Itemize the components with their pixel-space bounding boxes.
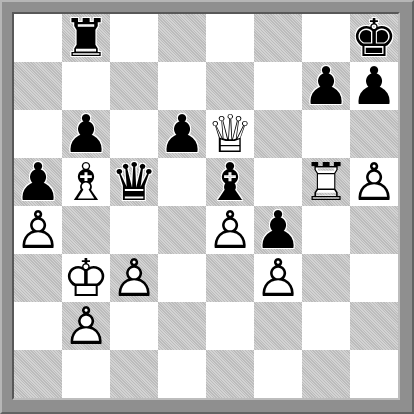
square-d4[interactable] — [158, 206, 206, 254]
black-rook-icon: ♜ — [62, 14, 110, 62]
square-g1[interactable] — [302, 350, 350, 398]
white-pawn-a4[interactable]: ♟♙ — [14, 206, 62, 254]
square-a8[interactable] — [14, 14, 62, 62]
black-pawn-icon: ♟ — [14, 158, 62, 206]
black-king-h8[interactable]: ♚ — [350, 14, 398, 62]
square-e6[interactable]: ♛♕ — [206, 110, 254, 158]
black-pawn-b6[interactable]: ♟ — [62, 110, 110, 158]
black-pawn-icon: ♟ — [350, 62, 398, 110]
square-f7[interactable] — [254, 62, 302, 110]
square-a3[interactable] — [14, 254, 62, 302]
square-g4[interactable] — [302, 206, 350, 254]
square-d5[interactable] — [158, 158, 206, 206]
square-g3[interactable] — [302, 254, 350, 302]
square-b1[interactable] — [62, 350, 110, 398]
square-b2[interactable]: ♟♙ — [62, 302, 110, 350]
square-c6[interactable] — [110, 110, 158, 158]
white-bishop-b5[interactable]: ♝♗ — [62, 158, 110, 206]
square-d1[interactable] — [158, 350, 206, 398]
square-f5[interactable] — [254, 158, 302, 206]
square-g6[interactable] — [302, 110, 350, 158]
square-e5[interactable]: ♝ — [206, 158, 254, 206]
square-a4[interactable]: ♟♙ — [14, 206, 62, 254]
black-pawn-g7[interactable]: ♟ — [302, 62, 350, 110]
square-e4[interactable]: ♟♙ — [206, 206, 254, 254]
black-pawn-icon: ♟ — [62, 110, 110, 158]
square-c1[interactable] — [110, 350, 158, 398]
square-g2[interactable] — [302, 302, 350, 350]
square-a6[interactable] — [14, 110, 62, 158]
square-b5[interactable]: ♝♗ — [62, 158, 110, 206]
white-pawn-c3[interactable]: ♟♙ — [110, 254, 158, 302]
square-e8[interactable] — [206, 14, 254, 62]
square-e1[interactable] — [206, 350, 254, 398]
square-c5[interactable]: ♛ — [110, 158, 158, 206]
black-pawn-a5[interactable]: ♟ — [14, 158, 62, 206]
square-g7[interactable]: ♟ — [302, 62, 350, 110]
square-b3[interactable]: ♚♔ — [62, 254, 110, 302]
square-f8[interactable] — [254, 14, 302, 62]
square-f2[interactable] — [254, 302, 302, 350]
square-b6[interactable]: ♟ — [62, 110, 110, 158]
white-bishop-icon: ♗ — [62, 158, 110, 206]
white-pawn-icon: ♙ — [350, 158, 398, 206]
black-pawn-icon: ♟ — [254, 206, 302, 254]
black-bishop-e5[interactable]: ♝ — [206, 158, 254, 206]
square-e7[interactable] — [206, 62, 254, 110]
square-e2[interactable] — [206, 302, 254, 350]
white-king-icon: ♔ — [62, 254, 110, 302]
black-pawn-f4[interactable]: ♟ — [254, 206, 302, 254]
square-a7[interactable] — [14, 62, 62, 110]
white-king-b3[interactable]: ♚♔ — [62, 254, 110, 302]
square-g5[interactable]: ♜♖ — [302, 158, 350, 206]
square-a1[interactable] — [14, 350, 62, 398]
square-b8[interactable]: ♜ — [62, 14, 110, 62]
white-pawn-b2[interactable]: ♟♙ — [62, 302, 110, 350]
white-pawn-f3[interactable]: ♟♙ — [254, 254, 302, 302]
square-b7[interactable] — [62, 62, 110, 110]
black-bishop-icon: ♝ — [206, 158, 254, 206]
square-h3[interactable] — [350, 254, 398, 302]
square-d7[interactable] — [158, 62, 206, 110]
square-c3[interactable]: ♟♙ — [110, 254, 158, 302]
white-pawn-icon: ♙ — [62, 302, 110, 350]
white-queen-e6[interactable]: ♛♕ — [206, 110, 254, 158]
square-h5[interactable]: ♟♙ — [350, 158, 398, 206]
square-c8[interactable] — [110, 14, 158, 62]
square-h2[interactable] — [350, 302, 398, 350]
square-f3[interactable]: ♟♙ — [254, 254, 302, 302]
white-pawn-icon: ♙ — [14, 206, 62, 254]
square-d6[interactable]: ♟ — [158, 110, 206, 158]
square-c7[interactable] — [110, 62, 158, 110]
square-f6[interactable] — [254, 110, 302, 158]
square-f1[interactable] — [254, 350, 302, 398]
white-pawn-icon: ♙ — [254, 254, 302, 302]
white-rook-icon: ♖ — [302, 158, 350, 206]
black-queen-c5[interactable]: ♛ — [110, 158, 158, 206]
square-e3[interactable] — [206, 254, 254, 302]
square-h4[interactable] — [350, 206, 398, 254]
square-c4[interactable] — [110, 206, 158, 254]
square-h6[interactable] — [350, 110, 398, 158]
black-pawn-d6[interactable]: ♟ — [158, 110, 206, 158]
square-f4[interactable]: ♟ — [254, 206, 302, 254]
black-rook-b8[interactable]: ♜ — [62, 14, 110, 62]
square-d8[interactable] — [158, 14, 206, 62]
square-h8[interactable]: ♚ — [350, 14, 398, 62]
square-h1[interactable] — [350, 350, 398, 398]
white-pawn-h5[interactable]: ♟♙ — [350, 158, 398, 206]
white-pawn-e4[interactable]: ♟♙ — [206, 206, 254, 254]
black-pawn-h7[interactable]: ♟ — [350, 62, 398, 110]
square-g8[interactable] — [302, 14, 350, 62]
square-d3[interactable] — [158, 254, 206, 302]
black-pawn-icon: ♟ — [302, 62, 350, 110]
square-c2[interactable] — [110, 302, 158, 350]
board-frame: ♜♚♟♟♟♟♛♕♟♝♗♛♝♜♖♟♙♟♙♟♙♟♚♔♟♙♟♙♟♙ — [0, 0, 414, 414]
black-pawn-icon: ♟ — [158, 110, 206, 158]
square-a5[interactable]: ♟ — [14, 158, 62, 206]
white-pawn-icon: ♙ — [206, 206, 254, 254]
white-rook-g5[interactable]: ♜♖ — [302, 158, 350, 206]
square-a2[interactable] — [14, 302, 62, 350]
square-h7[interactable]: ♟ — [350, 62, 398, 110]
square-d2[interactable] — [158, 302, 206, 350]
chess-board: ♜♚♟♟♟♟♛♕♟♝♗♛♝♜♖♟♙♟♙♟♙♟♚♔♟♙♟♙♟♙ — [12, 12, 400, 400]
white-queen-icon: ♕ — [206, 110, 254, 158]
black-queen-icon: ♛ — [110, 158, 158, 206]
square-b4[interactable] — [62, 206, 110, 254]
white-pawn-icon: ♙ — [110, 254, 158, 302]
black-king-icon: ♚ — [350, 14, 398, 62]
